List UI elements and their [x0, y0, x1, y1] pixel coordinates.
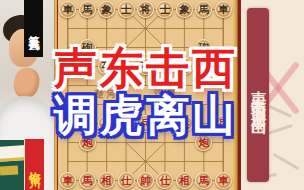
board-cell: 帥	[136, 171, 155, 190]
board-cell: 象	[175, 0, 194, 19]
table-object-small	[0, 166, 18, 176]
xiangqi-piece: 帥	[137, 172, 154, 189]
xiangqi-piece: 相	[176, 172, 193, 189]
board-cell	[194, 19, 213, 38]
board-cell: 相	[97, 171, 116, 190]
sidebar-vertical-title: 声东击西调虎离山	[247, 8, 269, 182]
board-cell: 車	[214, 171, 233, 190]
xiangqi-piece: 仕	[156, 172, 173, 189]
xiangqi-piece: 馬	[195, 1, 212, 18]
board-cell	[175, 152, 194, 171]
xiangqi-piece: 象	[176, 1, 193, 18]
title-line1: 声东击西	[49, 47, 243, 90]
xiangqi-piece: 馬	[79, 1, 96, 18]
decorative-calligraphy	[272, 153, 299, 171]
board-cell: 仕	[116, 171, 135, 190]
board-cell	[116, 152, 135, 171]
board-cell	[77, 152, 96, 171]
xiangqi-piece: 相	[98, 172, 115, 189]
xiangqi-piece: 車	[215, 1, 232, 18]
board-cell	[97, 152, 116, 171]
xiangqi-piece: 車	[59, 172, 76, 189]
video-thumbnail: 笑看风云 许银川 車馬象士将士象馬車砲砲卒卒卒卒卒兵兵兵兵兵炮炮車馬相仕帥仕相馬…	[0, 0, 304, 190]
xiangqi-piece: 馬	[79, 172, 96, 189]
board-cell	[155, 19, 174, 38]
board-cell: 象	[97, 0, 116, 19]
board-cell: 車	[214, 0, 233, 19]
board-cell	[77, 19, 96, 38]
player-hand-on-chin	[11, 66, 42, 101]
xiangqi-piece: 車	[215, 172, 232, 189]
board-cell	[155, 152, 174, 171]
board-cell: 車	[58, 171, 77, 190]
player-name-tag: 许银川	[25, 139, 44, 190]
board-cell: 馬	[77, 171, 96, 190]
xiangqi-piece: 象	[98, 1, 115, 18]
board-cell: 士	[116, 0, 135, 19]
xiangqi-piece: 仕	[118, 172, 135, 189]
decorative-calligraphy	[267, 124, 293, 135]
board-cell	[58, 19, 77, 38]
xiangqi-piece: 馬	[195, 172, 212, 189]
board-cell	[194, 152, 213, 171]
board-cell	[136, 152, 155, 171]
board-cell: 馬	[194, 0, 213, 19]
channel-tag: 笑看风云	[24, 0, 43, 57]
xiangqi-piece: 士	[156, 1, 173, 18]
board-cell: 馬	[77, 0, 96, 19]
board-cell	[97, 19, 116, 38]
title-line2: 调虎离山	[49, 94, 243, 137]
xiangqi-piece: 将	[137, 1, 154, 18]
board-cell	[116, 19, 135, 38]
board-cell	[136, 19, 155, 38]
board-cell: 車	[58, 0, 77, 19]
board-cell: 相	[175, 171, 194, 190]
board-cell: 仕	[155, 171, 174, 190]
board-cell	[214, 152, 233, 171]
board-cell	[214, 19, 233, 38]
right-panel: 声东击西调虎离山	[241, 0, 304, 190]
table-object	[0, 145, 26, 162]
board-cell	[58, 152, 77, 171]
board-cell: 将	[136, 0, 155, 19]
xiangqi-piece: 車	[59, 1, 76, 18]
board-cell: 馬	[194, 171, 213, 190]
board-cell	[175, 19, 194, 38]
board-cell: 士	[155, 0, 174, 19]
xiangqi-piece: 士	[118, 1, 135, 18]
